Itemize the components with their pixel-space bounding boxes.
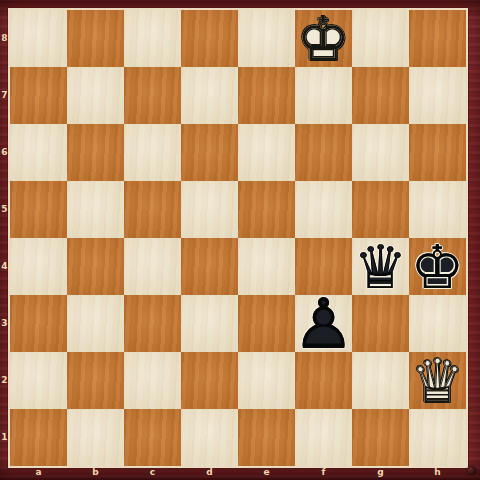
- board-grid: ♚♔♛♕♚♔♟♙♛♕: [10, 10, 466, 466]
- square-e6[interactable]: [238, 124, 295, 181]
- square-f7[interactable]: [295, 67, 352, 124]
- square-f3[interactable]: ♟♙: [295, 295, 352, 352]
- white-queen-h2: ♛♕: [409, 352, 466, 409]
- square-c1[interactable]: [124, 409, 181, 466]
- square-a1[interactable]: [10, 409, 67, 466]
- square-f8[interactable]: ♚♔: [295, 10, 352, 67]
- black-queen-g4: ♛♕: [352, 238, 409, 295]
- square-b3[interactable]: [67, 295, 124, 352]
- white-king-f8: ♚♔: [295, 10, 352, 67]
- chessboard: ♚♔♛♕♚♔♟♙♛♕ 87654321 abcdefgh: [0, 0, 480, 480]
- square-b6[interactable]: [67, 124, 124, 181]
- square-c4[interactable]: [124, 238, 181, 295]
- square-b4[interactable]: [67, 238, 124, 295]
- square-b2[interactable]: [67, 352, 124, 409]
- square-b5[interactable]: [67, 181, 124, 238]
- square-a7[interactable]: [10, 67, 67, 124]
- square-d5[interactable]: [181, 181, 238, 238]
- square-e3[interactable]: [238, 295, 295, 352]
- rank-label-7: 7: [0, 67, 9, 124]
- square-d1[interactable]: [181, 409, 238, 466]
- file-label-f: f: [295, 466, 352, 480]
- square-a4[interactable]: [10, 238, 67, 295]
- square-c7[interactable]: [124, 67, 181, 124]
- black-pawn-f3: ♟♙: [295, 295, 352, 352]
- file-label-h: h: [409, 466, 466, 480]
- white-queen-glyph: ♛: [409, 352, 466, 409]
- square-e1[interactable]: [238, 409, 295, 466]
- square-b7[interactable]: [67, 67, 124, 124]
- square-b1[interactable]: [67, 409, 124, 466]
- square-g6[interactable]: [352, 124, 409, 181]
- square-d2[interactable]: [181, 352, 238, 409]
- square-f5[interactable]: [295, 181, 352, 238]
- file-label-g: g: [352, 466, 409, 480]
- square-e5[interactable]: [238, 181, 295, 238]
- square-c5[interactable]: [124, 181, 181, 238]
- square-c6[interactable]: [124, 124, 181, 181]
- square-a6[interactable]: [10, 124, 67, 181]
- square-g8[interactable]: [352, 10, 409, 67]
- square-a3[interactable]: [10, 295, 67, 352]
- square-h3[interactable]: [409, 295, 466, 352]
- file-label-c: c: [124, 466, 181, 480]
- rank-label-5: 5: [0, 181, 9, 238]
- black-pawn-glyph: ♟: [295, 295, 352, 352]
- square-f4[interactable]: [295, 238, 352, 295]
- square-h1[interactable]: [409, 409, 466, 466]
- rank-label-1: 1: [0, 409, 9, 466]
- square-e2[interactable]: [238, 352, 295, 409]
- square-g3[interactable]: [352, 295, 409, 352]
- white-king-glyph: ♚: [295, 10, 352, 67]
- square-f2[interactable]: [295, 352, 352, 409]
- square-f1[interactable]: [295, 409, 352, 466]
- rank-label-2: 2: [0, 352, 9, 409]
- square-d6[interactable]: [181, 124, 238, 181]
- square-a5[interactable]: [10, 181, 67, 238]
- square-b8[interactable]: [67, 10, 124, 67]
- square-d8[interactable]: [181, 10, 238, 67]
- file-label-e: e: [238, 466, 295, 480]
- file-label-d: d: [181, 466, 238, 480]
- square-g2[interactable]: [352, 352, 409, 409]
- black-queen-outline-glyph: ♕: [352, 238, 409, 295]
- file-label-a: a: [10, 466, 67, 480]
- rank-label-6: 6: [0, 124, 9, 181]
- square-e4[interactable]: [238, 238, 295, 295]
- square-g5[interactable]: [352, 181, 409, 238]
- square-e7[interactable]: [238, 67, 295, 124]
- board-frame: ♚♔♛♕♚♔♟♙♛♕: [8, 8, 468, 468]
- square-h5[interactable]: [409, 181, 466, 238]
- square-c3[interactable]: [124, 295, 181, 352]
- corner-pin-icon: [467, 466, 476, 475]
- square-a2[interactable]: [10, 352, 67, 409]
- square-e8[interactable]: [238, 10, 295, 67]
- square-h2[interactable]: ♛♕: [409, 352, 466, 409]
- file-label-b: b: [67, 466, 124, 480]
- black-king-outline-glyph: ♔: [409, 238, 466, 295]
- square-d3[interactable]: [181, 295, 238, 352]
- white-queen-outline-glyph: ♕: [409, 352, 466, 409]
- square-h4[interactable]: ♚♔: [409, 238, 466, 295]
- black-queen-glyph: ♛: [352, 238, 409, 295]
- black-king-glyph: ♚: [409, 238, 466, 295]
- square-h6[interactable]: [409, 124, 466, 181]
- square-g7[interactable]: [352, 67, 409, 124]
- square-c2[interactable]: [124, 352, 181, 409]
- rank-label-3: 3: [0, 295, 9, 352]
- black-pawn-outline-glyph: ♙: [295, 295, 352, 352]
- square-d7[interactable]: [181, 67, 238, 124]
- black-king-h4: ♚♔: [409, 238, 466, 295]
- white-king-outline-glyph: ♔: [295, 10, 352, 67]
- square-c8[interactable]: [124, 10, 181, 67]
- square-d4[interactable]: [181, 238, 238, 295]
- rank-label-4: 4: [0, 238, 9, 295]
- square-f6[interactable]: [295, 124, 352, 181]
- square-g1[interactable]: [352, 409, 409, 466]
- rank-label-8: 8: [0, 10, 9, 67]
- square-h7[interactable]: [409, 67, 466, 124]
- square-h8[interactable]: [409, 10, 466, 67]
- square-a8[interactable]: [10, 10, 67, 67]
- square-g4[interactable]: ♛♕: [352, 238, 409, 295]
